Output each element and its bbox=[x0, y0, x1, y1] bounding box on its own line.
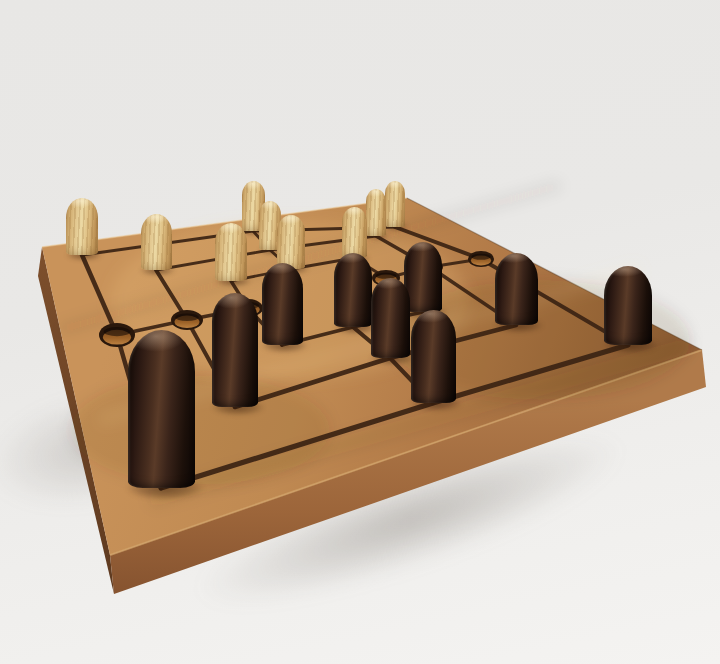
light-peg-d5[interactable] bbox=[277, 215, 305, 269]
dark-peg-b2[interactable] bbox=[212, 293, 258, 407]
light-peg-c5[interactable] bbox=[215, 223, 247, 281]
dark-peg-d2[interactable] bbox=[371, 278, 410, 358]
dark-peg-d1[interactable] bbox=[411, 310, 456, 403]
light-peg-a7[interactable] bbox=[66, 198, 98, 255]
dark-peg-c3[interactable] bbox=[262, 263, 303, 345]
dark-peg-e3[interactable] bbox=[404, 242, 442, 312]
light-peg-f6[interactable] bbox=[366, 189, 386, 236]
dark-peg-f2[interactable] bbox=[495, 253, 538, 325]
hole-a4[interactable] bbox=[99, 323, 135, 347]
hole-g4[interactable] bbox=[468, 251, 494, 267]
light-peg-e5[interactable] bbox=[342, 207, 367, 258]
dark-peg-a1[interactable] bbox=[128, 330, 195, 488]
light-peg-b6[interactable] bbox=[141, 214, 172, 270]
light-peg-g7[interactable] bbox=[385, 181, 405, 227]
hole-b4[interactable] bbox=[171, 310, 203, 330]
photo-backdrop bbox=[0, 0, 720, 664]
dark-peg-g1[interactable] bbox=[604, 266, 652, 345]
dark-peg-d3[interactable] bbox=[334, 253, 372, 327]
